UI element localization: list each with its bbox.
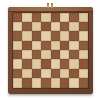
square-f1[interactable]	[60, 78, 69, 87]
square-d1[interactable]	[41, 78, 50, 87]
square-e2[interactable]	[51, 69, 60, 78]
square-a8[interactable]	[13, 13, 22, 22]
square-h8[interactable]	[79, 13, 88, 22]
square-c3[interactable]	[32, 59, 41, 68]
square-g5[interactable]	[69, 41, 78, 50]
square-h2[interactable]	[79, 69, 88, 78]
square-b2[interactable]	[22, 69, 31, 78]
square-d6[interactable]	[41, 31, 50, 40]
square-a5[interactable]	[13, 41, 22, 50]
square-c8[interactable]	[32, 13, 41, 22]
square-b3[interactable]	[22, 59, 31, 68]
square-f8[interactable]	[60, 13, 69, 22]
square-f6[interactable]	[60, 31, 69, 40]
square-c4[interactable]	[32, 50, 41, 59]
square-c7[interactable]	[32, 22, 41, 31]
square-f3[interactable]	[60, 59, 69, 68]
square-b7[interactable]	[22, 22, 31, 31]
square-g8[interactable]	[69, 13, 78, 22]
square-g3[interactable]	[69, 59, 78, 68]
square-g2[interactable]	[69, 69, 78, 78]
square-e4[interactable]	[51, 50, 60, 59]
square-f4[interactable]	[60, 50, 69, 59]
square-b4[interactable]	[22, 50, 31, 59]
square-c5[interactable]	[32, 41, 41, 50]
square-f2[interactable]	[60, 69, 69, 78]
square-g4[interactable]	[69, 50, 78, 59]
square-h5[interactable]	[79, 41, 88, 50]
square-a6[interactable]	[13, 31, 22, 40]
square-d7[interactable]	[41, 22, 50, 31]
square-f7[interactable]	[60, 22, 69, 31]
playing-area	[13, 13, 88, 88]
square-e5[interactable]	[51, 41, 60, 50]
square-g6[interactable]	[69, 31, 78, 40]
square-h6[interactable]	[79, 31, 88, 40]
square-e8[interactable]	[51, 13, 60, 22]
square-a3[interactable]	[13, 59, 22, 68]
square-c2[interactable]	[32, 69, 41, 78]
square-h4[interactable]	[79, 50, 88, 59]
square-a1[interactable]	[13, 78, 22, 87]
square-e3[interactable]	[51, 59, 60, 68]
square-d8[interactable]	[41, 13, 50, 22]
square-e7[interactable]	[51, 22, 60, 31]
square-f5[interactable]	[60, 41, 69, 50]
latch-pin	[51, 3, 53, 8]
chess-board	[8, 7, 93, 94]
latch-pin	[47, 3, 49, 8]
square-h1[interactable]	[79, 78, 88, 87]
square-b5[interactable]	[22, 41, 31, 50]
brass-latch	[47, 3, 54, 8]
square-c1[interactable]	[32, 78, 41, 87]
square-a4[interactable]	[13, 50, 22, 59]
square-b6[interactable]	[22, 31, 31, 40]
square-b1[interactable]	[22, 78, 31, 87]
square-c6[interactable]	[32, 31, 41, 40]
square-a7[interactable]	[13, 22, 22, 31]
square-a2[interactable]	[13, 69, 22, 78]
square-e6[interactable]	[51, 31, 60, 40]
square-d3[interactable]	[41, 59, 50, 68]
square-g7[interactable]	[69, 22, 78, 31]
photo-background	[0, 0, 100, 100]
square-d5[interactable]	[41, 41, 50, 50]
square-h7[interactable]	[79, 22, 88, 31]
square-b8[interactable]	[22, 13, 31, 22]
square-g1[interactable]	[69, 78, 78, 87]
square-d2[interactable]	[41, 69, 50, 78]
square-h3[interactable]	[79, 59, 88, 68]
square-d4[interactable]	[41, 50, 50, 59]
square-e1[interactable]	[51, 78, 60, 87]
